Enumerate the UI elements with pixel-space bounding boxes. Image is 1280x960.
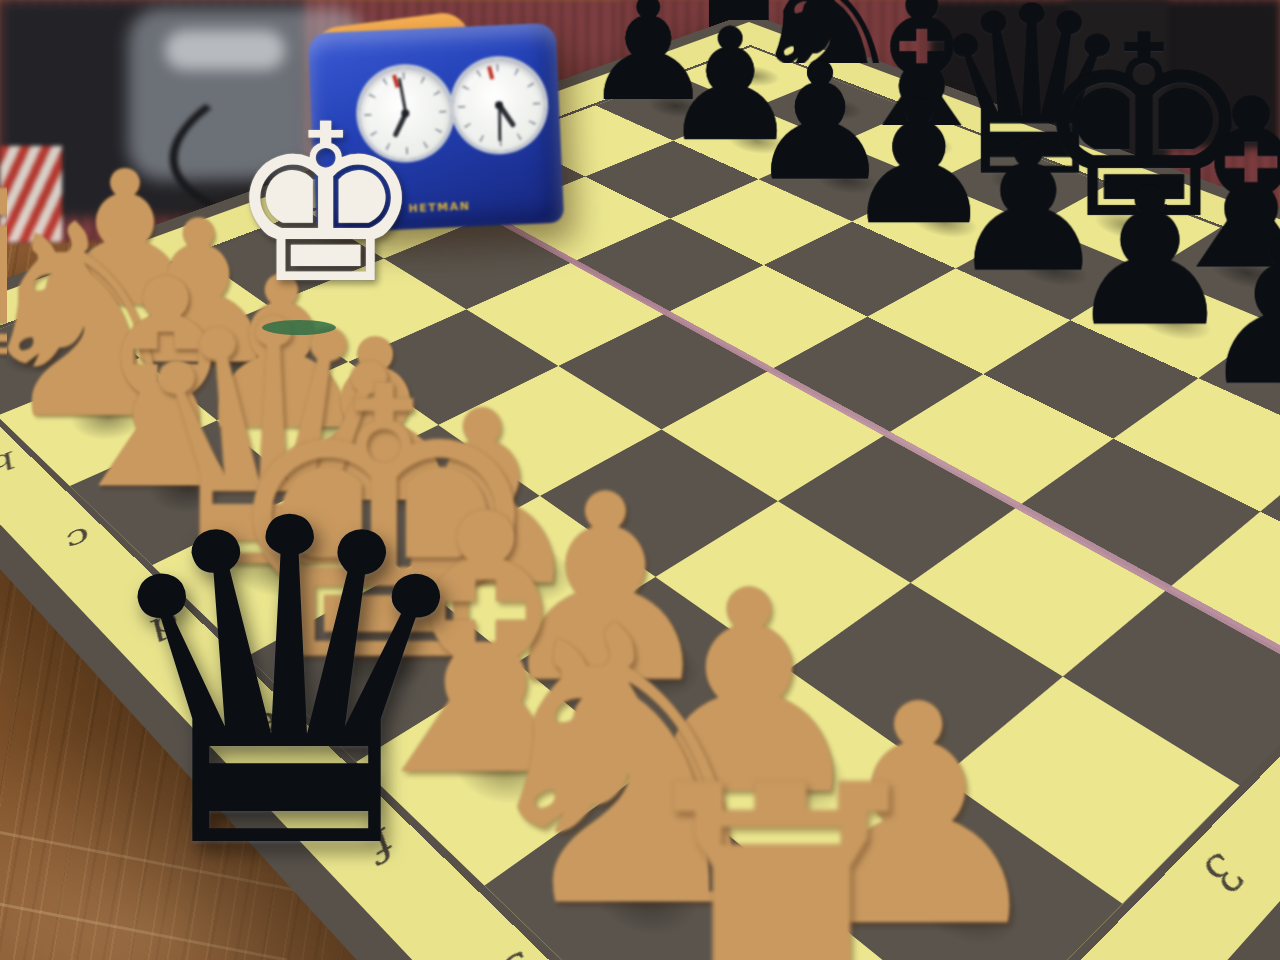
square-h1: ♜ [637, 895, 985, 960]
white-rook-h1: ♜ [610, 737, 865, 960]
offboard-black-queen: ♛ [88, 462, 490, 910]
offboard-white-plastic-king: ♚ [228, 96, 423, 314]
black-pawn-f7: ♟ [1065, 162, 1211, 352]
black-pawn-g7: ♟ [1196, 212, 1280, 414]
clock-right-dial [451, 57, 547, 153]
